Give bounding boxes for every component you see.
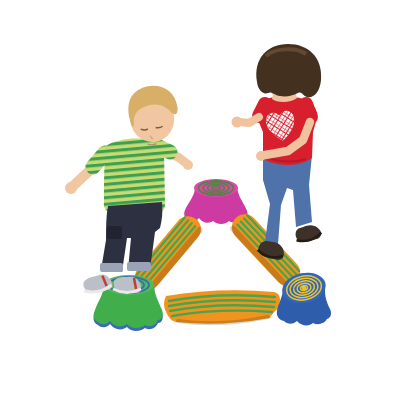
- balance-beam-bottom: [164, 290, 280, 324]
- girl-right-hand: [232, 117, 243, 128]
- boy-right-cuff: [127, 262, 151, 271]
- boy-cargo-pocket: [107, 226, 122, 239]
- scene-illustration: [0, 0, 400, 400]
- boy-left-sleeve: [93, 153, 105, 167]
- boy-right-shoe: [113, 277, 141, 293]
- boy-left-hand: [65, 182, 77, 194]
- boy-right-hand: [183, 160, 193, 170]
- girl-left-hand: [256, 151, 266, 161]
- boy-left-cuff: [100, 263, 123, 272]
- product-photo: [0, 0, 400, 400]
- girl-left-sleeve: [306, 104, 311, 117]
- pink-stone-top: [194, 179, 238, 197]
- boy-right-sleeve: [157, 146, 170, 152]
